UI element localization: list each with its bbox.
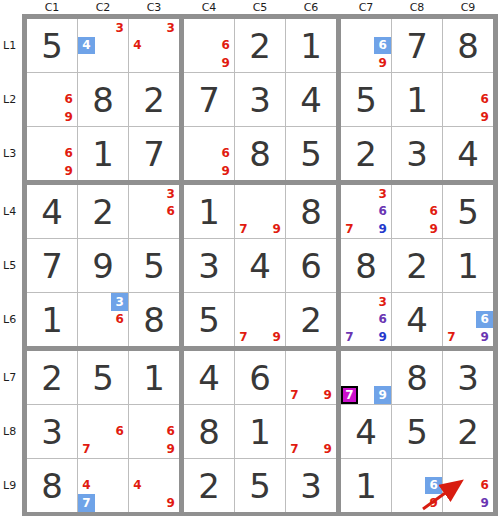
cell-L7C6[interactable]: 79 <box>286 351 336 404</box>
candidate-grid: 69 <box>443 459 493 512</box>
cell-L4C6[interactable]: 8 <box>286 185 336 238</box>
cell-L4C7[interactable]: 3679 <box>341 185 391 238</box>
row-label-L9: L9 <box>0 459 22 512</box>
cell-L1C6[interactable]: 1 <box>286 19 336 72</box>
cell-L1C4[interactable]: 69 <box>184 19 234 72</box>
cell-L4C2[interactable]: 2 <box>78 185 128 238</box>
solved-digit: 4 <box>443 127 493 180</box>
cell-L9C5[interactable]: 5 <box>235 459 285 512</box>
col-label-C5: C5 <box>235 0 285 14</box>
col-label-C4: C4 <box>184 0 234 14</box>
cell-L3C2[interactable]: 1 <box>78 127 128 180</box>
solved-digit: 3 <box>286 459 336 512</box>
candidate-6[interactable]: 6 <box>476 477 493 495</box>
candidate-9[interactable]: 9 <box>319 386 336 404</box>
candidate-grid: 36 <box>129 185 179 238</box>
candidate-9[interactable]: 9 <box>319 440 336 458</box>
cell-L7C5[interactable]: 6 <box>235 351 285 404</box>
candidate-9[interactable]: 9 <box>476 494 493 512</box>
row-label-L7: L7 <box>0 351 22 404</box>
candidate-7[interactable]: 7 <box>78 440 95 458</box>
cell-L5C6[interactable]: 6 <box>286 239 336 292</box>
box-8: 46798179253 <box>184 351 336 512</box>
candidate-6[interactable]: 6 <box>111 423 128 441</box>
row-label-L6: L6 <box>0 293 22 346</box>
cell-L6C7[interactable]: 3679 <box>341 293 391 346</box>
solved-digit: 4 <box>235 239 285 292</box>
col-label-C3: C3 <box>129 0 179 14</box>
cell-L5C8[interactable]: 2 <box>392 239 442 292</box>
solved-digit: 4 <box>184 351 234 404</box>
candidate-6[interactable]: 6 <box>217 37 234 55</box>
cell-L7C9[interactable]: 3 <box>443 351 493 404</box>
candidate-9[interactable]: 9 <box>162 494 179 512</box>
solved-digit: 8 <box>235 127 285 180</box>
candidate-6[interactable]: 6 <box>374 203 391 221</box>
solved-digit: 1 <box>341 459 391 512</box>
candidate-grid: 34 <box>78 19 128 72</box>
solved-digit: 2 <box>392 239 442 292</box>
solved-digit: 4 <box>341 405 391 458</box>
cell-L1C9[interactable]: 8 <box>443 19 493 72</box>
cell-L6C4[interactable]: 5 <box>184 293 234 346</box>
cell-L5C9[interactable]: 1 <box>443 239 493 292</box>
candidate-grid: 79 <box>235 293 285 346</box>
solved-digit: 5 <box>129 239 179 292</box>
candidate-7[interactable]: 7 <box>341 386 358 404</box>
candidate-grid: 69 <box>443 73 493 126</box>
candidate-6[interactable]: 6 <box>162 203 179 221</box>
cell-L4C9[interactable]: 5 <box>443 185 493 238</box>
cell-L8C9[interactable]: 2 <box>443 405 493 458</box>
cell-L8C4[interactable]: 8 <box>184 405 234 458</box>
cell-L7C2[interactable]: 5 <box>78 351 128 404</box>
cell-L9C3[interactable]: 49 <box>129 459 179 512</box>
candidate-grid: 34 <box>129 19 179 72</box>
cell-L1C5[interactable]: 2 <box>235 19 285 72</box>
solved-digit: 8 <box>78 73 128 126</box>
candidate-6[interactable]: 6 <box>374 37 391 55</box>
solved-digit: 3 <box>184 239 234 292</box>
solved-digit: 2 <box>286 293 336 346</box>
cell-L3C6[interactable]: 5 <box>286 127 336 180</box>
solved-digit: 5 <box>286 127 336 180</box>
candidate-6[interactable]: 6 <box>162 423 179 441</box>
row-labels: L1L2L3L4L5L6L7L8L9 <box>0 14 22 516</box>
solved-digit: 7 <box>184 73 234 126</box>
row-label-L4: L4 <box>0 185 22 238</box>
candidate-4[interactable]: 4 <box>78 477 95 495</box>
candidate-9[interactable]: 9 <box>374 54 391 72</box>
sudoku-board: C1C2C3C4C5C6C7C8C9 L1L2L3L4L5L6L7L8L9 53… <box>0 0 498 516</box>
solved-digit: 7 <box>392 19 442 72</box>
solved-digit: 9 <box>78 239 128 292</box>
cell-L9C7[interactable]: 1 <box>341 459 391 512</box>
cell-L4C5[interactable]: 79 <box>235 185 285 238</box>
col-label-C8: C8 <box>392 0 442 14</box>
cell-L7C1[interactable]: 2 <box>27 351 77 404</box>
sudoku-grid: 5343469826917692173469856978516923442367… <box>22 14 498 516</box>
box-7: 2513676984749 <box>27 351 179 512</box>
candidate-7[interactable]: 7 <box>443 328 460 346</box>
cell-L1C1[interactable]: 5 <box>27 19 77 72</box>
cell-L1C7[interactable]: 69 <box>341 19 391 72</box>
solved-digit: 1 <box>27 293 77 346</box>
solved-digit: 2 <box>235 19 285 72</box>
solved-digit: 8 <box>184 405 234 458</box>
cell-L5C2[interactable]: 9 <box>78 239 128 292</box>
cell-L1C2[interactable]: 34 <box>78 19 128 72</box>
candidate-7[interactable]: 7 <box>286 440 303 458</box>
solved-digit: 6 <box>235 351 285 404</box>
candidate-3[interactable]: 3 <box>111 19 128 37</box>
cell-L4C8[interactable]: 69 <box>392 185 442 238</box>
solved-digit: 1 <box>184 185 234 238</box>
cell-L1C8[interactable]: 7 <box>392 19 442 72</box>
cell-L6C6[interactable]: 2 <box>286 293 336 346</box>
cell-L2C6[interactable]: 4 <box>286 73 336 126</box>
candidate-9[interactable]: 9 <box>217 162 234 180</box>
candidate-6[interactable]: 6 <box>425 203 442 221</box>
cell-L2C5[interactable]: 3 <box>235 73 285 126</box>
candidate-6[interactable]: 6 <box>217 145 234 163</box>
cell-L2C4[interactable]: 7 <box>184 73 234 126</box>
row-label-L1: L1 <box>0 19 22 72</box>
candidate-9[interactable]: 9 <box>217 54 234 72</box>
candidate-grid: 79 <box>235 185 285 238</box>
solved-digit: 5 <box>184 293 234 346</box>
solved-digit: 5 <box>392 405 442 458</box>
candidate-7[interactable]: 7 <box>78 494 95 512</box>
cell-L3C1[interactable]: 69 <box>27 127 77 180</box>
cell-L4C4[interactable]: 1 <box>184 185 234 238</box>
solved-digit: 1 <box>443 239 493 292</box>
candidate-9[interactable]: 9 <box>425 220 442 238</box>
solved-digit: 7 <box>27 239 77 292</box>
cell-L9C9[interactable]: 69 <box>443 459 493 512</box>
solved-digit: 5 <box>27 19 77 72</box>
cell-L5C5[interactable]: 4 <box>235 239 285 292</box>
candidate-grid: 36 <box>78 293 128 346</box>
candidate-3[interactable]: 3 <box>162 19 179 37</box>
solved-digit: 1 <box>235 405 285 458</box>
candidate-7[interactable]: 7 <box>286 386 303 404</box>
cell-L8C1[interactable]: 3 <box>27 405 77 458</box>
candidate-3[interactable]: 3 <box>162 185 179 203</box>
cell-L9C1[interactable]: 8 <box>27 459 77 512</box>
row-label-L2: L2 <box>0 73 22 126</box>
candidate-grid: 47 <box>78 459 128 512</box>
candidate-4[interactable]: 4 <box>129 477 146 495</box>
solved-digit: 5 <box>235 459 285 512</box>
candidate-grid: 79 <box>341 351 391 404</box>
solved-digit: 3 <box>443 351 493 404</box>
solved-digit: 3 <box>392 127 442 180</box>
cell-L2C3[interactable]: 2 <box>129 73 179 126</box>
candidate-9[interactable]: 9 <box>60 162 77 180</box>
candidate-7[interactable]: 7 <box>235 328 252 346</box>
cell-L3C3[interactable]: 7 <box>129 127 179 180</box>
cell-L9C8[interactable]: 69 <box>392 459 442 512</box>
candidate-grid: 679 <box>443 293 493 346</box>
candidate-6[interactable]: 6 <box>425 477 442 495</box>
solved-digit: 2 <box>78 185 128 238</box>
cell-L9C4[interactable]: 2 <box>184 459 234 512</box>
cell-L2C9[interactable]: 69 <box>443 73 493 126</box>
solved-digit: 4 <box>27 185 77 238</box>
box-3: 69785169234 <box>341 19 493 180</box>
cell-L8C6[interactable]: 79 <box>286 405 336 458</box>
box-4: 42367951368 <box>27 185 179 346</box>
corner-spacer <box>0 0 22 14</box>
candidate-9[interactable]: 9 <box>476 108 493 126</box>
candidate-6[interactable]: 6 <box>476 91 493 109</box>
cell-L6C1[interactable]: 1 <box>27 293 77 346</box>
row-label-L5: L5 <box>0 239 22 292</box>
candidate-6[interactable]: 6 <box>476 311 493 329</box>
candidate-9[interactable]: 9 <box>162 440 179 458</box>
solved-digit: 2 <box>341 127 391 180</box>
col-label-C2: C2 <box>78 0 128 14</box>
candidate-9[interactable]: 9 <box>268 328 285 346</box>
solved-digit: 5 <box>341 73 391 126</box>
cell-L7C4[interactable]: 4 <box>184 351 234 404</box>
candidate-grid: 79 <box>286 405 336 458</box>
row-label-L8: L8 <box>0 405 22 458</box>
cell-L5C7[interactable]: 8 <box>341 239 391 292</box>
cell-L3C5[interactable]: 8 <box>235 127 285 180</box>
cell-L6C5[interactable]: 79 <box>235 293 285 346</box>
cell-L3C7[interactable]: 2 <box>341 127 391 180</box>
solved-digit: 3 <box>235 73 285 126</box>
solved-digit: 8 <box>27 459 77 512</box>
col-label-C1: C1 <box>27 0 77 14</box>
solved-digit: 2 <box>443 405 493 458</box>
candidate-6[interactable]: 6 <box>111 311 128 329</box>
cell-L5C4[interactable]: 3 <box>184 239 234 292</box>
box-1: 5343469826917 <box>27 19 179 180</box>
cell-L8C3[interactable]: 69 <box>129 405 179 458</box>
cell-L5C1[interactable]: 7 <box>27 239 77 292</box>
candidate-7[interactable]: 7 <box>235 220 252 238</box>
solved-digit: 4 <box>286 73 336 126</box>
solved-digit: 1 <box>392 73 442 126</box>
cell-L3C9[interactable]: 4 <box>443 127 493 180</box>
solved-digit: 8 <box>341 239 391 292</box>
cell-L9C2[interactable]: 47 <box>78 459 128 512</box>
box-9: 798345216969 <box>341 351 493 512</box>
cell-L7C8[interactable]: 8 <box>392 351 442 404</box>
candidate-3[interactable]: 3 <box>111 293 128 311</box>
cell-L8C5[interactable]: 1 <box>235 405 285 458</box>
box-5: 17983465792 <box>184 185 336 346</box>
solved-digit: 8 <box>392 351 442 404</box>
cell-L2C8[interactable]: 1 <box>392 73 442 126</box>
solved-digit: 2 <box>27 351 77 404</box>
cell-L7C3[interactable]: 1 <box>129 351 179 404</box>
cell-L6C3[interactable]: 8 <box>129 293 179 346</box>
cell-L8C8[interactable]: 5 <box>392 405 442 458</box>
solved-digit: 8 <box>286 185 336 238</box>
candidate-7[interactable]: 7 <box>341 328 358 346</box>
col-label-C9: C9 <box>443 0 493 14</box>
solved-digit: 8 <box>129 293 179 346</box>
solved-digit: 5 <box>443 185 493 238</box>
cell-L8C7[interactable]: 4 <box>341 405 391 458</box>
candidate-grid: 49 <box>129 459 179 512</box>
candidate-grid: 69 <box>184 19 234 72</box>
candidate-grid: 69 <box>27 127 77 180</box>
row-label-L3: L3 <box>0 127 22 180</box>
candidate-grid: 69 <box>184 127 234 180</box>
cell-L6C2[interactable]: 36 <box>78 293 128 346</box>
candidate-grid: 3679 <box>341 185 391 238</box>
candidate-grid: 69 <box>392 185 442 238</box>
candidate-9[interactable]: 9 <box>374 220 391 238</box>
cell-L2C1[interactable]: 69 <box>27 73 77 126</box>
solved-digit: 3 <box>27 405 77 458</box>
candidate-grid: 69 <box>27 73 77 126</box>
cell-L1C3[interactable]: 34 <box>129 19 179 72</box>
cell-L6C8[interactable]: 4 <box>392 293 442 346</box>
cell-L5C3[interactable]: 5 <box>129 239 179 292</box>
cell-L2C7[interactable]: 5 <box>341 73 391 126</box>
cell-L2C2[interactable]: 8 <box>78 73 128 126</box>
candidate-grid: 3679 <box>341 293 391 346</box>
solved-digit: 6 <box>286 239 336 292</box>
cell-L4C3[interactable]: 36 <box>129 185 179 238</box>
column-labels: C1C2C3C4C5C6C7C8C9 <box>22 0 498 14</box>
candidate-grid: 67 <box>78 405 128 458</box>
cell-L9C6[interactable]: 3 <box>286 459 336 512</box>
col-label-C7: C7 <box>341 0 391 14</box>
solved-digit: 7 <box>129 127 179 180</box>
solved-digit: 1 <box>78 127 128 180</box>
solved-digit: 2 <box>184 459 234 512</box>
candidate-grid: 69 <box>392 459 442 512</box>
candidate-9[interactable]: 9 <box>425 494 442 512</box>
solved-digit: 5 <box>78 351 128 404</box>
solved-digit: 1 <box>286 19 336 72</box>
solved-digit: 2 <box>129 73 179 126</box>
candidate-4[interactable]: 4 <box>78 37 95 55</box>
candidate-4[interactable]: 4 <box>129 37 146 55</box>
candidate-6[interactable]: 6 <box>60 145 77 163</box>
candidate-9[interactable]: 9 <box>476 328 493 346</box>
candidate-9[interactable]: 9 <box>268 220 285 238</box>
candidate-3[interactable]: 3 <box>374 185 391 203</box>
cell-L3C4[interactable]: 69 <box>184 127 234 180</box>
solved-digit: 8 <box>443 19 493 72</box>
cell-L3C8[interactable]: 3 <box>392 127 442 180</box>
box-2: 69217346985 <box>184 19 336 180</box>
cell-L7C7[interactable]: 79 <box>341 351 391 404</box>
candidate-9[interactable]: 9 <box>60 108 77 126</box>
candidate-grid: 69 <box>341 19 391 72</box>
col-label-C6: C6 <box>286 0 336 14</box>
solved-digit: 4 <box>392 293 442 346</box>
cell-L8C2[interactable]: 67 <box>78 405 128 458</box>
candidate-6[interactable]: 6 <box>60 91 77 109</box>
candidate-6[interactable]: 6 <box>374 311 391 329</box>
candidate-3[interactable]: 3 <box>374 293 391 311</box>
candidate-grid: 69 <box>129 405 179 458</box>
cell-L6C9[interactable]: 679 <box>443 293 493 346</box>
candidate-9[interactable]: 9 <box>374 328 391 346</box>
candidate-7[interactable]: 7 <box>341 220 358 238</box>
candidate-grid: 79 <box>286 351 336 404</box>
solved-digit: 1 <box>129 351 179 404</box>
cell-L4C1[interactable]: 4 <box>27 185 77 238</box>
box-6: 367969582136794679 <box>341 185 493 346</box>
candidate-9[interactable]: 9 <box>374 386 391 404</box>
